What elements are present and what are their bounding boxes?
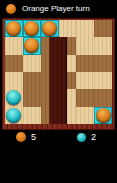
cyan-count: 2 bbox=[91, 132, 96, 143]
board-square[interactable] bbox=[76, 20, 94, 37]
board-square[interactable] bbox=[5, 55, 23, 72]
board-square[interactable] bbox=[76, 55, 94, 72]
board-square[interactable] bbox=[23, 72, 41, 89]
board-square[interactable] bbox=[41, 20, 59, 37]
board-square[interactable] bbox=[76, 37, 94, 54]
board-square[interactable] bbox=[23, 107, 41, 124]
board-square[interactable] bbox=[5, 72, 23, 89]
cyan-count-icon bbox=[77, 133, 86, 142]
orange-turn-indicator-icon bbox=[6, 4, 16, 14]
turn-status-text: Orange Player turn bbox=[22, 4, 90, 14]
board-square[interactable] bbox=[23, 20, 41, 37]
board-square[interactable] bbox=[94, 72, 112, 89]
board-square[interactable] bbox=[23, 55, 41, 72]
game-board bbox=[2, 18, 115, 130]
orange-piece[interactable] bbox=[24, 38, 39, 53]
orange-piece[interactable] bbox=[6, 21, 21, 36]
wall-barrier bbox=[49, 37, 67, 124]
board-square[interactable] bbox=[5, 89, 23, 106]
board-square[interactable] bbox=[5, 20, 23, 37]
board-square[interactable] bbox=[76, 72, 94, 89]
app-screen: Orange Player turn 5 2 bbox=[0, 0, 117, 183]
board-square[interactable] bbox=[59, 20, 77, 37]
board-square[interactable] bbox=[94, 55, 112, 72]
board-square[interactable] bbox=[76, 107, 94, 124]
cyan-piece[interactable] bbox=[6, 90, 21, 105]
board-square[interactable] bbox=[5, 107, 23, 124]
cyan-piece[interactable] bbox=[6, 108, 21, 123]
board-square[interactable] bbox=[76, 89, 94, 106]
orange-count-icon bbox=[16, 132, 26, 142]
title-bar: Orange Player turn bbox=[0, 0, 117, 18]
capture-counts: 5 2 bbox=[0, 130, 117, 146]
board-square[interactable] bbox=[94, 89, 112, 106]
orange-piece[interactable] bbox=[24, 21, 39, 36]
board-square[interactable] bbox=[23, 89, 41, 106]
board-square[interactable] bbox=[94, 20, 112, 37]
orange-count: 5 bbox=[31, 132, 36, 143]
board-square[interactable] bbox=[94, 37, 112, 54]
orange-piece[interactable] bbox=[96, 108, 111, 123]
orange-piece[interactable] bbox=[42, 21, 57, 36]
board-square[interactable] bbox=[23, 37, 41, 54]
board-square[interactable] bbox=[5, 37, 23, 54]
board-square[interactable] bbox=[94, 107, 112, 124]
